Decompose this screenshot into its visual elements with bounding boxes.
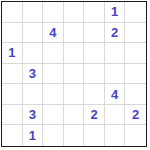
cell-r4c4[interactable] [64,64,85,85]
cell-r1c3[interactable] [43,2,64,23]
cell-r6c3[interactable] [43,105,64,126]
cell-r3c5[interactable] [84,43,105,64]
cell-r7c7[interactable] [125,125,146,146]
cell-r2c6[interactable]: 2 [105,23,126,44]
cell-r7c4[interactable] [64,125,85,146]
cell-r4c5[interactable] [84,64,105,85]
cell-r3c3[interactable] [43,43,64,64]
cell-r2c4[interactable] [64,23,85,44]
cell-r4c1[interactable] [2,64,23,85]
cell-r2c7[interactable] [125,23,146,44]
cell-r5c7[interactable] [125,84,146,105]
cell-r1c6[interactable]: 1 [105,2,126,23]
cell-r7c3[interactable] [43,125,64,146]
given-digit: 4 [49,26,56,39]
cell-r7c2[interactable]: 1 [23,125,44,146]
cell-r4c6[interactable] [105,64,126,85]
cell-r2c2[interactable] [23,23,44,44]
given-digit: 2 [111,26,118,39]
cell-r6c5[interactable]: 2 [84,105,105,126]
cell-r7c1[interactable] [2,125,23,146]
cell-r2c3[interactable]: 4 [43,23,64,44]
given-digit: 3 [29,67,36,80]
cell-r7c6[interactable] [105,125,126,146]
cell-r1c2[interactable] [23,2,44,23]
cell-r5c6[interactable]: 4 [105,84,126,105]
given-digit: 1 [8,46,15,59]
cell-r7c5[interactable] [84,125,105,146]
cell-r4c7[interactable] [125,64,146,85]
given-digit: 2 [132,108,139,121]
cell-r1c1[interactable] [2,2,23,23]
cell-r4c3[interactable] [43,64,64,85]
cell-r3c2[interactable] [23,43,44,64]
given-digit: 1 [111,5,118,18]
cell-r3c7[interactable] [125,43,146,64]
cell-r4c2[interactable]: 3 [23,64,44,85]
cell-r5c5[interactable] [84,84,105,105]
cell-r6c7[interactable]: 2 [125,105,146,126]
puzzle-board: 1421343221 [1,1,147,147]
cell-r6c1[interactable] [2,105,23,126]
cell-r3c6[interactable] [105,43,126,64]
cell-r1c4[interactable] [64,2,85,23]
cell-r6c6[interactable] [105,105,126,126]
cell-r5c4[interactable] [64,84,85,105]
cell-r5c1[interactable] [2,84,23,105]
given-digit: 3 [29,108,36,121]
cell-r5c2[interactable] [23,84,44,105]
cell-r2c1[interactable] [2,23,23,44]
cell-r5c3[interactable] [43,84,64,105]
cell-r1c7[interactable] [125,2,146,23]
cell-r2c5[interactable] [84,23,105,44]
given-digit: 2 [90,108,97,121]
given-digit: 1 [29,129,36,142]
cell-r3c4[interactable] [64,43,85,64]
cell-r3c1[interactable]: 1 [2,43,23,64]
cell-r6c2[interactable]: 3 [23,105,44,126]
cell-r6c4[interactable] [64,105,85,126]
given-digit: 4 [111,88,118,101]
cell-r1c5[interactable] [84,2,105,23]
